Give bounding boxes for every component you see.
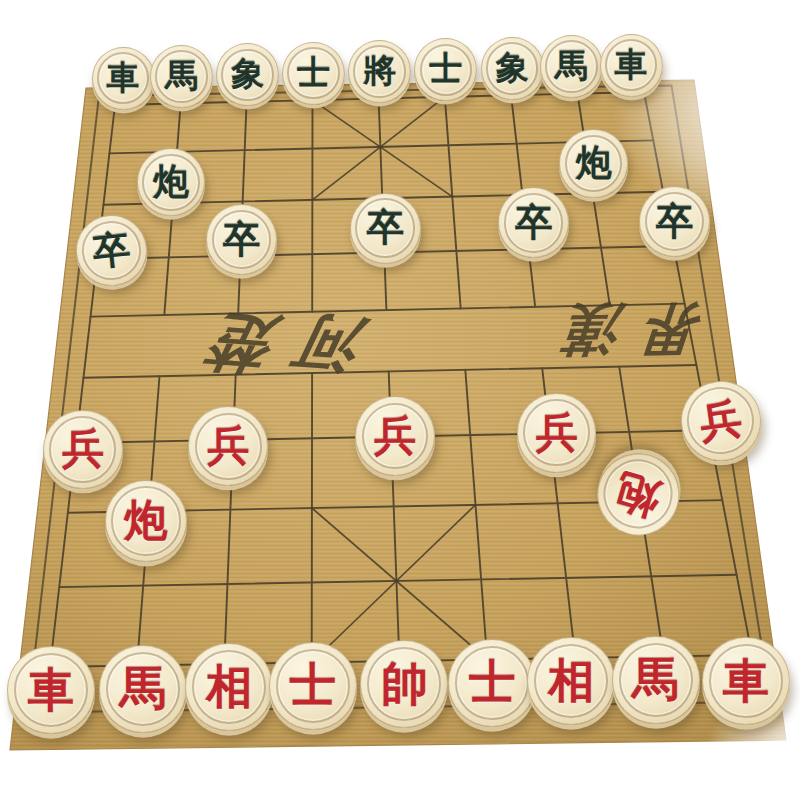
piece-black-general-f4r0[interactable]: 將 xyxy=(348,40,411,103)
piece-character: 兵 xyxy=(207,425,249,467)
piece-red-minister-f6r9[interactable]: 相 xyxy=(527,637,615,725)
piece-character: 馬 xyxy=(120,665,166,711)
piece-character: 帥 xyxy=(381,661,427,707)
piece-black-horse-f1r0[interactable]: 馬 xyxy=(150,45,213,108)
piece-character: 士 xyxy=(289,662,335,708)
piece-red-advisor-f5r9[interactable]: 士 xyxy=(448,639,536,727)
xiangqi-photo-stage: 楚河 漢界 車馬象士將士象馬車炮炮卒卒卒卒卒兵兵兵兵兵炮炮車馬相士帥士相馬車 xyxy=(0,0,800,800)
piece-character: 馬 xyxy=(555,50,588,83)
piece-character: 兵 xyxy=(62,428,104,470)
piece-character: 兵 xyxy=(536,412,578,454)
piece-character: 相 xyxy=(548,658,594,704)
piece-character: 車 xyxy=(28,667,74,713)
piece-red-soldier-f6r6[interactable]: 兵 xyxy=(517,393,597,473)
piece-red-general-f4r9[interactable]: 帥 xyxy=(360,640,448,728)
piece-red-chariot-f8r9[interactable]: 車 xyxy=(702,637,790,725)
piece-character: 士 xyxy=(469,659,515,705)
piece-black-advisor-f3r0[interactable]: 士 xyxy=(282,42,345,105)
piece-black-soldier-f8r3[interactable]: 卒 xyxy=(639,186,710,257)
piece-character: 卒 xyxy=(656,203,693,240)
piece-character: 象 xyxy=(496,52,529,85)
piece-character: 卒 xyxy=(91,230,132,271)
piece-black-chariot-f8r0[interactable]: 車 xyxy=(600,34,663,97)
piece-character: 炮 xyxy=(576,145,612,181)
piece-character: 卒 xyxy=(515,204,552,241)
piece-character: 卒 xyxy=(223,221,260,258)
piece-character: 象 xyxy=(231,58,264,91)
piece-character: 士 xyxy=(297,57,330,90)
piece-character: 炮 xyxy=(124,499,167,542)
piece-red-soldier-f2r6[interactable]: 兵 xyxy=(188,406,268,486)
piece-black-chariot-f0r0[interactable]: 車 xyxy=(92,47,155,110)
piece-red-minister-f2r9[interactable]: 相 xyxy=(185,643,273,731)
piece-character: 車 xyxy=(615,49,648,82)
piece-character: 士 xyxy=(429,53,462,86)
piece-character: 車 xyxy=(107,62,140,95)
piece-character: 馬 xyxy=(165,60,198,93)
piece-red-horse-f1r9[interactable]: 馬 xyxy=(99,645,187,733)
piece-red-chariot-f0r9[interactable]: 車 xyxy=(7,646,95,734)
piece-character: 卒 xyxy=(367,209,404,246)
piece-black-elephant-f2r0[interactable]: 象 xyxy=(216,43,279,106)
piece-red-horse-f7r9[interactable]: 馬 xyxy=(612,636,700,724)
piece-black-soldier-f4r3[interactable]: 卒 xyxy=(350,193,421,264)
piece-character: 車 xyxy=(723,658,769,704)
piece-black-soldier-f2r3[interactable]: 卒 xyxy=(206,204,277,275)
piece-character: 馬 xyxy=(632,656,678,702)
piece-character: 炮 xyxy=(153,164,189,200)
piece-black-elephant-f6r0[interactable]: 象 xyxy=(481,37,544,100)
piece-red-soldier-f0r6[interactable]: 兵 xyxy=(43,410,123,490)
piece-character: 相 xyxy=(206,664,252,710)
piece-character: 兵 xyxy=(697,397,744,444)
piece-black-cannon-f7r2[interactable]: 炮 xyxy=(559,129,628,198)
piece-character: 將 xyxy=(363,55,396,88)
piece-character: 炮 xyxy=(611,468,665,522)
piece-red-cannon-f1r7[interactable]: 炮 xyxy=(105,480,187,562)
piece-character: 兵 xyxy=(374,415,416,457)
piece-black-horse-f7r0[interactable]: 馬 xyxy=(540,35,603,98)
piece-red-soldier-f4r6[interactable]: 兵 xyxy=(355,396,435,476)
piece-red-advisor-f3r9[interactable]: 士 xyxy=(269,642,357,730)
